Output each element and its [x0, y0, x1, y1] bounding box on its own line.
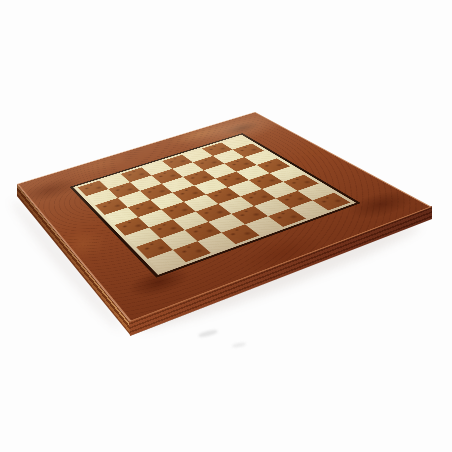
chessboard-photo	[0, 0, 452, 452]
board-grid	[78, 137, 351, 272]
background-smudge	[232, 342, 246, 348]
background-smudge	[198, 329, 219, 339]
